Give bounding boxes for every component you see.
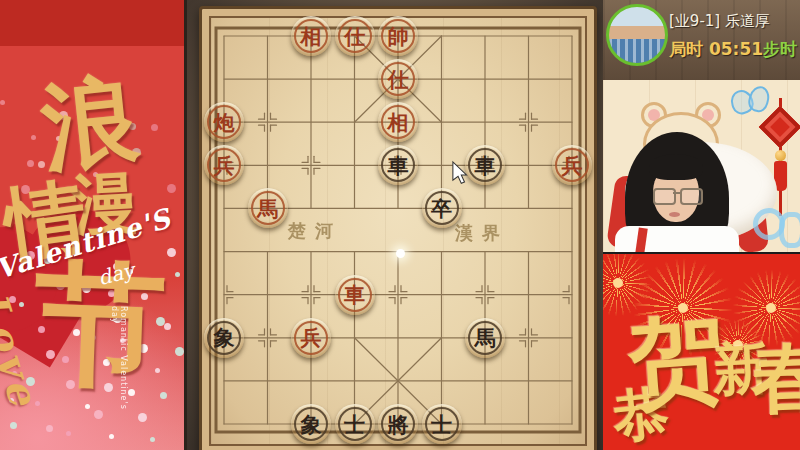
confetti-dot <box>66 431 71 436</box>
piece-red-相-f3r1[interactable]: 相 <box>291 16 331 56</box>
webcam-feed <box>603 80 800 254</box>
confetti-dot <box>0 100 5 105</box>
stream-layout: 浪 漫 情 节 Valentine'S day Love Romantic Va… <box>0 0 800 450</box>
sparkle-effect <box>396 249 405 258</box>
confetti-dot <box>175 272 180 277</box>
confetti-dot <box>109 434 114 439</box>
river-label-left: 楚河 <box>288 219 342 243</box>
game-time-label: 局时 <box>669 39 703 59</box>
right-column: [业9-1] 乐道厚 局时 05:51 步时 <box>603 0 800 450</box>
confetti-dot <box>31 135 36 140</box>
char-lang: 浪 <box>37 71 143 177</box>
piece-red-帥-f5r1[interactable]: 帥 <box>378 16 418 56</box>
opponent-info-bar: [业9-1] 乐道厚 局时 05:51 步时 <box>603 0 800 80</box>
piece-black-士-f6r10[interactable]: 士 <box>422 404 462 444</box>
piece-black-馬-f7r8[interactable]: 馬 <box>465 318 505 358</box>
confetti-dot <box>94 410 103 419</box>
piece-red-兵-f9r4[interactable]: 兵 <box>552 145 592 185</box>
piece-red-仕-f5r2[interactable]: 仕 <box>378 59 418 99</box>
confetti-dot <box>46 425 53 432</box>
piece-black-象-f3r10[interactable]: 象 <box>291 404 331 444</box>
confetti-dot <box>85 404 90 409</box>
watermark-shape <box>779 212 800 248</box>
opponent-avatar[interactable] <box>606 4 668 66</box>
confetti-dot <box>151 124 158 131</box>
opponent-name: [业9-1] 乐道厚 <box>669 12 770 31</box>
new-year-banner: 恭 贺 新 春 <box>603 254 800 450</box>
board-surface: 楚河 漢界 相仕帥仕炮相兵車車兵馬卒車象兵馬象士將士 <box>211 18 585 444</box>
piece-black-將-f5r10[interactable]: 將 <box>378 404 418 444</box>
piece-red-兵-f3r8[interactable]: 兵 <box>291 318 331 358</box>
piece-black-士-f4r10[interactable]: 士 <box>335 404 375 444</box>
confetti-dot <box>27 160 34 167</box>
romantic-small-text: Romantic Valentine's day <box>110 306 128 416</box>
mouse-cursor <box>452 162 468 184</box>
confetti-dot <box>38 161 45 168</box>
piece-red-相-f5r3[interactable]: 相 <box>378 102 418 142</box>
glasses-right-lens <box>680 188 703 205</box>
valentine-banner: 浪 漫 情 节 Valentine'S day Love Romantic Va… <box>0 0 187 450</box>
piece-black-卒-f6r5[interactable]: 卒 <box>422 188 462 228</box>
move-time-label: 步时 <box>763 38 797 61</box>
glasses-left-lens <box>653 188 676 205</box>
char-chun: 春 <box>750 339 800 418</box>
confetti-dot <box>150 437 155 442</box>
piece-red-仕-f4r1[interactable]: 仕 <box>335 16 375 56</box>
game-time-value: 05:51 <box>709 39 763 59</box>
banner-top-band <box>0 0 184 46</box>
xiangqi-board-grid[interactable]: 楚河 漢界 相仕帥仕炮相兵車車兵馬卒車象兵馬象士將士 <box>224 36 572 424</box>
game-time: 局时 05:51 <box>669 38 763 61</box>
board-frame: 楚河 漢界 相仕帥仕炮相兵車車兵馬卒車象兵馬象士將士 <box>199 6 597 450</box>
confetti-dot <box>10 422 17 429</box>
board-panel: 楚河 漢界 相仕帥仕炮相兵車車兵馬卒車象兵馬象士將士 <box>187 0 603 450</box>
piece-red-車-f4r7[interactable]: 車 <box>335 275 375 315</box>
confetti-dot <box>175 347 184 356</box>
piece-red-馬-f2r5[interactable]: 馬 <box>248 188 288 228</box>
glasses-bridge <box>673 192 680 194</box>
streamer-shirt <box>615 226 739 254</box>
streamer-mouth <box>669 212 680 217</box>
piece-black-象-f1r8[interactable]: 象 <box>204 318 244 358</box>
streamer-bangs <box>649 154 703 180</box>
piece-red-炮-f1r3[interactable]: 炮 <box>204 102 244 142</box>
river-label-right: 漢界 <box>455 221 509 245</box>
confetti-dot <box>138 413 147 422</box>
confetti-dot <box>167 184 176 193</box>
